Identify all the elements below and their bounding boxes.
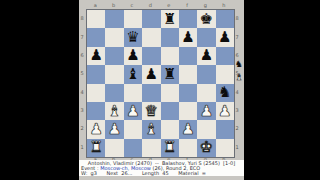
square-b7[interactable] (105, 28, 123, 46)
square-h6[interactable] (216, 47, 234, 65)
square-b4[interactable] (105, 84, 123, 102)
rank-label-2: 2 (79, 119, 85, 137)
square-h4[interactable]: ♞ (216, 84, 234, 102)
square-h5[interactable] (216, 65, 234, 83)
square-c7[interactable]: ♛ (124, 28, 142, 46)
square-h3[interactable]: ♟ (216, 102, 234, 120)
square-g1[interactable]: ♚ (197, 139, 215, 157)
black-R-piece: ♜ (163, 67, 176, 82)
white-B-piece: ♝ (145, 122, 158, 137)
black-B-piece: ♝ (126, 67, 139, 82)
square-g7[interactable] (197, 28, 215, 46)
black-P-piece: ♟ (89, 48, 102, 63)
info-line: W: g3 Next 26... Length 45 Material = (79, 171, 244, 176)
square-g6[interactable]: ♟ (197, 47, 215, 65)
square-a6[interactable]: ♟ (87, 47, 105, 65)
rank-label-1: 1 (79, 138, 85, 156)
white-K-piece: ♚ (200, 140, 213, 155)
square-b1[interactable] (105, 139, 123, 157)
rank-label-3: 3 (79, 101, 85, 119)
square-f2[interactable]: ♟ (179, 120, 197, 138)
square-a2[interactable]: ♟ (87, 120, 105, 138)
square-a8[interactable] (87, 10, 105, 28)
white-P-piece: ♟ (126, 104, 139, 119)
square-d2[interactable]: ♝ (142, 120, 160, 138)
black-R-piece: ♜ (163, 12, 176, 27)
square-h2[interactable] (216, 120, 234, 138)
rank-label-5: 5 (79, 64, 85, 82)
black-P-piece: ♟ (145, 67, 158, 82)
material-black-knight-icon: ♞ (234, 59, 244, 69)
square-d6[interactable] (142, 47, 160, 65)
rank-label-8: 8 (79, 9, 85, 27)
rank-label-7: 7 (79, 27, 85, 45)
square-d4[interactable] (142, 84, 160, 102)
square-e6[interactable] (161, 47, 179, 65)
black-Q-piece: ♛ (126, 30, 139, 45)
white-P-piece: ♟ (200, 104, 213, 119)
black-K-piece: ♚ (200, 12, 213, 27)
square-d5[interactable]: ♟ (142, 65, 160, 83)
material-white-bishop-icon: ♝ (234, 72, 244, 82)
square-a4[interactable] (87, 84, 105, 102)
square-f8[interactable] (179, 10, 197, 28)
white-R-piece: ♜ (163, 140, 176, 155)
square-e3[interactable] (161, 102, 179, 120)
square-d3[interactable]: ♛ (142, 102, 160, 120)
square-c5[interactable]: ♝ (124, 65, 142, 83)
square-a5[interactable] (87, 65, 105, 83)
black-N-piece: ♞ (218, 85, 231, 100)
square-d7[interactable] (142, 28, 160, 46)
square-a3[interactable] (87, 102, 105, 120)
square-f6[interactable] (179, 47, 197, 65)
square-c8[interactable] (124, 10, 142, 28)
black-P-piece: ♟ (218, 30, 231, 45)
white-Q-piece: ♛ (145, 104, 158, 119)
square-b6[interactable] (105, 47, 123, 65)
file-label-f: f (178, 2, 196, 8)
chess-app-panel: abcdefgh abcdefgh 87654321 87654321 ♜♚♛♟… (79, 0, 244, 180)
white-P-piece: ♟ (108, 122, 121, 137)
square-b3[interactable]: ♝ (105, 102, 123, 120)
file-label-h: h (215, 2, 233, 8)
square-b5[interactable] (105, 65, 123, 83)
chess-board[interactable]: ♜♚♛♟♟♟♟♟♝♟♜♞♝♟♛♟♟♟♟♝♟♜♜♚ (86, 9, 235, 158)
square-a1[interactable]: ♜ (87, 139, 105, 157)
white-P-piece: ♟ (89, 122, 102, 137)
square-c1[interactable] (124, 139, 142, 157)
file-label-e: e (160, 2, 178, 8)
white-P-piece: ♟ (181, 122, 194, 137)
square-a7[interactable] (87, 28, 105, 46)
square-f4[interactable] (179, 84, 197, 102)
file-labels-top: abcdefgh (86, 2, 233, 8)
black-P-piece: ♟ (181, 30, 194, 45)
game-caption: Antoshin, Vladimir (2470) -- Balashov, Y… (79, 160, 244, 176)
file-label-c: c (123, 2, 141, 8)
square-e4[interactable] (161, 84, 179, 102)
file-label-d: d (141, 2, 159, 8)
square-c3[interactable]: ♟ (124, 102, 142, 120)
square-e7[interactable] (161, 28, 179, 46)
square-h1[interactable] (216, 139, 234, 157)
white-R-piece: ♜ (89, 140, 102, 155)
square-d1[interactable] (142, 139, 160, 157)
square-f1[interactable] (179, 139, 197, 157)
black-P-piece: ♟ (200, 48, 213, 63)
square-b2[interactable]: ♟ (105, 120, 123, 138)
square-e2[interactable] (161, 120, 179, 138)
square-h8[interactable] (216, 10, 234, 28)
square-g5[interactable] (197, 65, 215, 83)
square-e1[interactable]: ♜ (161, 139, 179, 157)
square-f3[interactable] (179, 102, 197, 120)
square-g4[interactable] (197, 84, 215, 102)
square-g8[interactable]: ♚ (197, 10, 215, 28)
rank-label-6: 6 (79, 46, 85, 64)
rank-labels-left: 87654321 (79, 9, 85, 156)
white-P-piece: ♟ (218, 104, 231, 119)
square-f7[interactable]: ♟ (179, 28, 197, 46)
square-e8[interactable]: ♜ (161, 10, 179, 28)
file-label-b: b (104, 2, 122, 8)
rank-label-4: 4 (79, 83, 85, 101)
square-d8[interactable] (142, 10, 160, 28)
square-h7[interactable]: ♟ (216, 28, 234, 46)
white-B-piece: ♝ (108, 104, 121, 119)
square-c4[interactable] (124, 84, 142, 102)
square-f5[interactable] (179, 65, 197, 83)
file-label-a: a (86, 2, 104, 8)
square-g2[interactable] (197, 120, 215, 138)
square-c2[interactable] (124, 120, 142, 138)
square-c6[interactable]: ♟ (124, 47, 142, 65)
square-g3[interactable]: ♟ (197, 102, 215, 120)
square-e5[interactable]: ♜ (161, 65, 179, 83)
black-P-piece: ♟ (126, 48, 139, 63)
screenshot-canvas: abcdefgh abcdefgh 87654321 87654321 ♜♚♛♟… (0, 0, 320, 180)
square-b8[interactable] (105, 10, 123, 28)
file-label-g: g (196, 2, 214, 8)
